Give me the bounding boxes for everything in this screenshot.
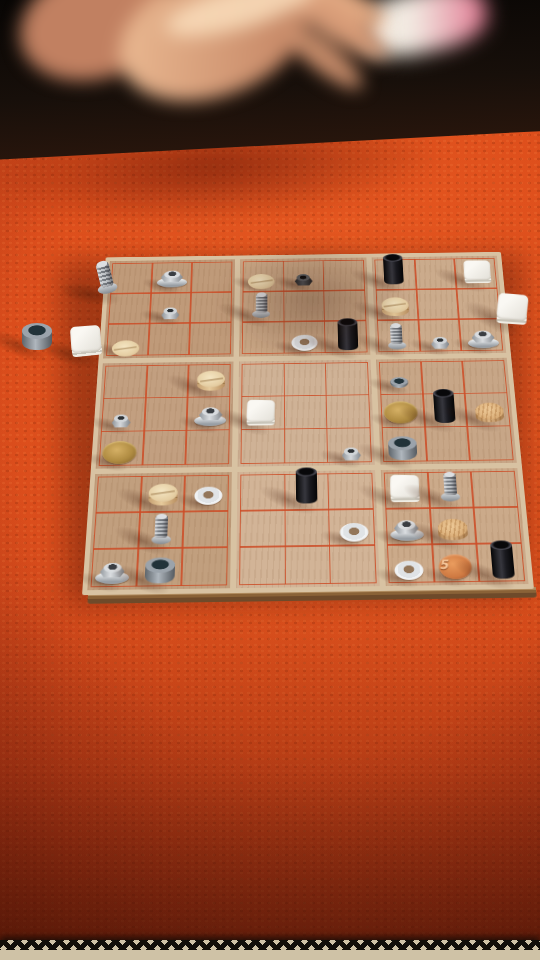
board-cell[interactable] (185, 472, 232, 510)
piece-flange-nut[interactable] (156, 270, 187, 287)
hand-blur (28, 0, 468, 155)
board-cell[interactable] (147, 324, 192, 358)
board-cell[interactable] (240, 290, 283, 323)
piece-wood-grain[interactable] (475, 402, 505, 422)
piece-bolt[interactable] (252, 292, 270, 318)
piece-bolt[interactable] (440, 472, 461, 502)
board-cell[interactable] (237, 509, 284, 548)
board-cell[interactable] (466, 392, 514, 428)
board-cell[interactable] (371, 257, 415, 289)
piece-wood-light[interactable] (112, 340, 140, 353)
board-cell[interactable] (417, 320, 463, 354)
piece-gray-cap[interactable] (144, 557, 175, 583)
board-cell[interactable] (98, 397, 145, 433)
coin-value: 5 (439, 557, 449, 571)
piece-white-square[interactable] (496, 293, 528, 325)
piece-black-cap[interactable] (296, 467, 318, 503)
board-cell[interactable] (426, 469, 475, 507)
piece-white-square[interactable] (247, 400, 275, 426)
board-cell[interactable] (187, 431, 233, 468)
offboard-white-square-stack-left[interactable] (62, 306, 109, 358)
piece-hex-nut-dark[interactable] (295, 274, 313, 286)
piece-gray-cap[interactable] (387, 436, 417, 460)
piece-wood-grain[interactable] (438, 518, 469, 540)
board-cell[interactable] (148, 291, 192, 324)
board-cell[interactable] (135, 549, 184, 589)
board-cell[interactable] (101, 362, 147, 397)
board-cell[interactable] (379, 428, 426, 465)
piece-black-cap[interactable] (382, 254, 403, 284)
board-cell[interactable] (238, 430, 284, 467)
zigzag-rug-border (0, 940, 540, 960)
board-cell[interactable] (192, 259, 235, 291)
board-cell[interactable] (283, 394, 328, 430)
board-cell[interactable] (331, 546, 380, 586)
board-cell[interactable] (143, 396, 189, 432)
board-cell[interactable] (478, 544, 529, 584)
board-cell[interactable] (284, 508, 331, 547)
piece-hex-nut[interactable] (111, 414, 130, 427)
board-cell[interactable] (468, 427, 516, 464)
board-cell[interactable] (384, 546, 433, 586)
piece-bolt[interactable] (151, 513, 172, 544)
piece-wood-light-stack[interactable] (197, 371, 225, 391)
board-cell[interactable] (236, 548, 284, 588)
board-cell[interactable] (327, 359, 372, 394)
board-cell[interactable] (190, 323, 234, 357)
board-cell[interactable] (139, 473, 187, 511)
piece-bolt[interactable] (387, 323, 406, 350)
piece-wood-light[interactable] (248, 274, 275, 287)
board-cell[interactable] (284, 547, 332, 587)
board-cell[interactable] (419, 358, 465, 393)
board-cell[interactable] (189, 361, 234, 396)
board-cell[interactable] (424, 427, 472, 464)
board-cell[interactable] (415, 288, 460, 321)
board-cell[interactable] (373, 288, 417, 321)
board-cell[interactable] (283, 290, 326, 323)
piece-hex-nut[interactable] (161, 308, 179, 320)
board-cell[interactable] (282, 258, 325, 290)
board-cell[interactable] (240, 259, 282, 291)
board-cell[interactable] (184, 510, 232, 549)
board-cell[interactable] (239, 361, 283, 396)
board-cell[interactable] (475, 506, 525, 545)
board-cell[interactable] (96, 432, 143, 469)
offboard-gray-cap-left[interactable] (16, 302, 58, 350)
scene: 5 (0, 0, 540, 960)
piece-gray-cap[interactable] (22, 323, 52, 350)
board-cell[interactable] (463, 357, 510, 392)
board-tile (87, 472, 232, 590)
piece-washer[interactable] (394, 561, 424, 581)
board-tile: 5 (380, 468, 528, 586)
piece-washer[interactable] (339, 522, 368, 541)
piece-flange-nut[interactable] (467, 330, 499, 348)
board-tile (376, 357, 517, 465)
piece-black-cap[interactable] (490, 541, 515, 579)
piece-coin-brass[interactable] (102, 441, 137, 464)
board-cell[interactable] (376, 359, 422, 394)
board-cell[interactable] (330, 508, 378, 547)
board-tile (96, 361, 234, 469)
board-cell[interactable] (374, 321, 419, 355)
board-cell[interactable] (103, 324, 148, 358)
piece-wood-light-stack[interactable] (148, 484, 178, 506)
board-cell[interactable] (150, 260, 193, 292)
piece-white-square[interactable] (463, 260, 491, 283)
board-cell[interactable] (183, 548, 231, 588)
board-cell[interactable] (283, 471, 329, 509)
piece-hex-nut[interactable] (431, 337, 450, 349)
board-cell[interactable] (283, 429, 329, 466)
board-cell[interactable] (472, 468, 521, 506)
board-cell[interactable] (327, 394, 373, 430)
piece-bolt[interactable] (91, 259, 118, 296)
board-tile (238, 359, 375, 467)
board-cell[interactable] (428, 506, 477, 545)
piece-white-square[interactable] (69, 324, 102, 357)
board-cell[interactable] (141, 431, 188, 468)
piece-wood-light-stack[interactable] (381, 297, 409, 316)
piece-washer[interactable] (195, 487, 223, 505)
offboard-white-square-stack-right[interactable] (490, 275, 535, 326)
board-cell[interactable] (239, 322, 283, 356)
board-cell[interactable] (283, 360, 327, 395)
board-cell[interactable] (238, 395, 283, 431)
board-cell[interactable] (137, 510, 185, 549)
piece-gray-cap-small[interactable] (390, 377, 408, 388)
